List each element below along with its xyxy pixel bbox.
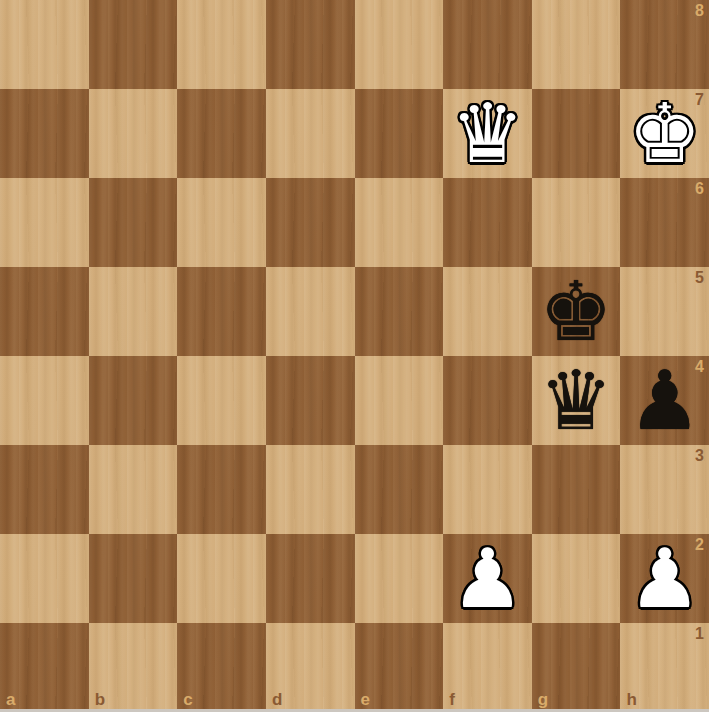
black-queen-g4[interactable]: ♛	[532, 356, 621, 445]
square-b6[interactable]	[89, 178, 178, 267]
square-f1[interactable]: f	[443, 623, 532, 712]
square-f2[interactable]: ♟	[443, 534, 532, 623]
square-g7[interactable]	[532, 89, 621, 178]
square-a5[interactable]	[0, 267, 89, 356]
rank-label-6: 6	[695, 181, 704, 197]
square-e3[interactable]	[355, 445, 444, 534]
square-f5[interactable]	[443, 267, 532, 356]
file-label-d: d	[272, 691, 282, 708]
square-f8[interactable]	[443, 0, 532, 89]
chess-board-container: 8♛7♚6♚5♛4♟3♟2♟abcdefg1h	[0, 0, 709, 712]
square-c8[interactable]	[177, 0, 266, 89]
black-king-g5[interactable]: ♚	[532, 267, 621, 356]
rank-label-8: 8	[695, 3, 704, 19]
square-f4[interactable]	[443, 356, 532, 445]
chess-board: 8♛7♚6♚5♛4♟3♟2♟abcdefg1h	[0, 0, 709, 712]
square-h7[interactable]: 7♚	[620, 89, 709, 178]
square-b4[interactable]	[89, 356, 178, 445]
rank-label-5: 5	[695, 270, 704, 286]
square-c1[interactable]: c	[177, 623, 266, 712]
square-d4[interactable]	[266, 356, 355, 445]
square-d2[interactable]	[266, 534, 355, 623]
square-d5[interactable]	[266, 267, 355, 356]
square-e7[interactable]	[355, 89, 444, 178]
square-h4[interactable]: 4♟	[620, 356, 709, 445]
square-c4[interactable]	[177, 356, 266, 445]
square-d8[interactable]	[266, 0, 355, 89]
square-f6[interactable]	[443, 178, 532, 267]
white-queen-f7[interactable]: ♛	[443, 89, 532, 178]
square-c2[interactable]	[177, 534, 266, 623]
square-g1[interactable]: g	[532, 623, 621, 712]
square-a3[interactable]	[0, 445, 89, 534]
file-label-a: a	[6, 691, 15, 708]
white-king-h7[interactable]: ♚	[620, 89, 709, 178]
file-label-b: b	[95, 691, 105, 708]
rank-label-3: 3	[695, 448, 704, 464]
square-e2[interactable]	[355, 534, 444, 623]
white-pawn-h2[interactable]: ♟	[620, 534, 709, 623]
square-a2[interactable]	[0, 534, 89, 623]
white-pawn-f2[interactable]: ♟	[443, 534, 532, 623]
square-h6[interactable]: 6	[620, 178, 709, 267]
square-e6[interactable]	[355, 178, 444, 267]
square-e8[interactable]	[355, 0, 444, 89]
file-label-e: e	[361, 691, 370, 708]
square-e1[interactable]: e	[355, 623, 444, 712]
square-f7[interactable]: ♛	[443, 89, 532, 178]
square-b5[interactable]	[89, 267, 178, 356]
square-a6[interactable]	[0, 178, 89, 267]
square-b7[interactable]	[89, 89, 178, 178]
square-b8[interactable]	[89, 0, 178, 89]
square-a8[interactable]	[0, 0, 89, 89]
square-g5[interactable]: ♚	[532, 267, 621, 356]
square-d6[interactable]	[266, 178, 355, 267]
file-label-f: f	[449, 691, 455, 708]
square-f3[interactable]	[443, 445, 532, 534]
square-h2[interactable]: 2♟	[620, 534, 709, 623]
square-c6[interactable]	[177, 178, 266, 267]
square-d3[interactable]	[266, 445, 355, 534]
square-g6[interactable]	[532, 178, 621, 267]
square-e4[interactable]	[355, 356, 444, 445]
square-h8[interactable]: 8	[620, 0, 709, 89]
square-a1[interactable]: a	[0, 623, 89, 712]
square-c3[interactable]	[177, 445, 266, 534]
square-b2[interactable]	[89, 534, 178, 623]
square-e5[interactable]	[355, 267, 444, 356]
square-g4[interactable]: ♛	[532, 356, 621, 445]
square-g8[interactable]	[532, 0, 621, 89]
rank-label-1: 1	[695, 626, 704, 642]
black-pawn-h4[interactable]: ♟	[620, 356, 709, 445]
square-g2[interactable]	[532, 534, 621, 623]
square-b1[interactable]: b	[89, 623, 178, 712]
square-b3[interactable]	[89, 445, 178, 534]
file-label-h: h	[626, 691, 636, 708]
square-d7[interactable]	[266, 89, 355, 178]
square-c5[interactable]	[177, 267, 266, 356]
square-h3[interactable]: 3	[620, 445, 709, 534]
square-g3[interactable]	[532, 445, 621, 534]
file-label-c: c	[183, 691, 192, 708]
square-h1[interactable]: 1h	[620, 623, 709, 712]
file-label-g: g	[538, 691, 548, 708]
square-d1[interactable]: d	[266, 623, 355, 712]
square-c7[interactable]	[177, 89, 266, 178]
square-a7[interactable]	[0, 89, 89, 178]
square-a4[interactable]	[0, 356, 89, 445]
square-h5[interactable]: 5	[620, 267, 709, 356]
